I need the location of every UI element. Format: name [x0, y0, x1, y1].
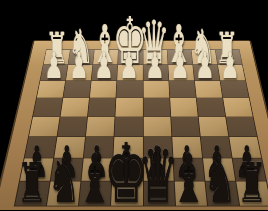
piece-white-pawn-f2[interactable]: ♟ — [94, 48, 113, 84]
piece-black-rook-h8[interactable]: ♜ — [18, 156, 47, 211]
chessboard-photo: ♜♞♝♛♚♝♞♜♟♟♟♟♟♟♟♟♟♟♟♟♟♟♟♟♜♞♝♛♚♝♞♜ — [0, 0, 268, 210]
piece-white-pawn-g2[interactable]: ♟ — [69, 48, 88, 84]
piece-white-pawn-h2[interactable]: ♟ — [44, 48, 63, 84]
piece-black-knight-b8[interactable]: ♞ — [204, 151, 237, 210]
piece-white-pawn-e2[interactable]: ♟ — [120, 48, 139, 84]
piece-white-pawn-a2[interactable]: ♟ — [220, 48, 239, 84]
piece-white-pawn-d2[interactable]: ♟ — [145, 48, 164, 84]
piece-white-pawn-b2[interactable]: ♟ — [195, 48, 214, 84]
piece-black-knight-g8[interactable]: ♞ — [47, 151, 80, 210]
piece-black-bishop-f8[interactable]: ♝ — [77, 146, 113, 210]
piece-black-rook-a8[interactable]: ♜ — [237, 156, 266, 211]
piece-white-pawn-c2[interactable]: ♟ — [170, 48, 189, 84]
pieces-layer: ♜♞♝♛♚♝♞♜♟♟♟♟♟♟♟♟♟♟♟♟♟♟♟♟♜♞♝♛♚♝♞♜ — [0, 0, 268, 210]
